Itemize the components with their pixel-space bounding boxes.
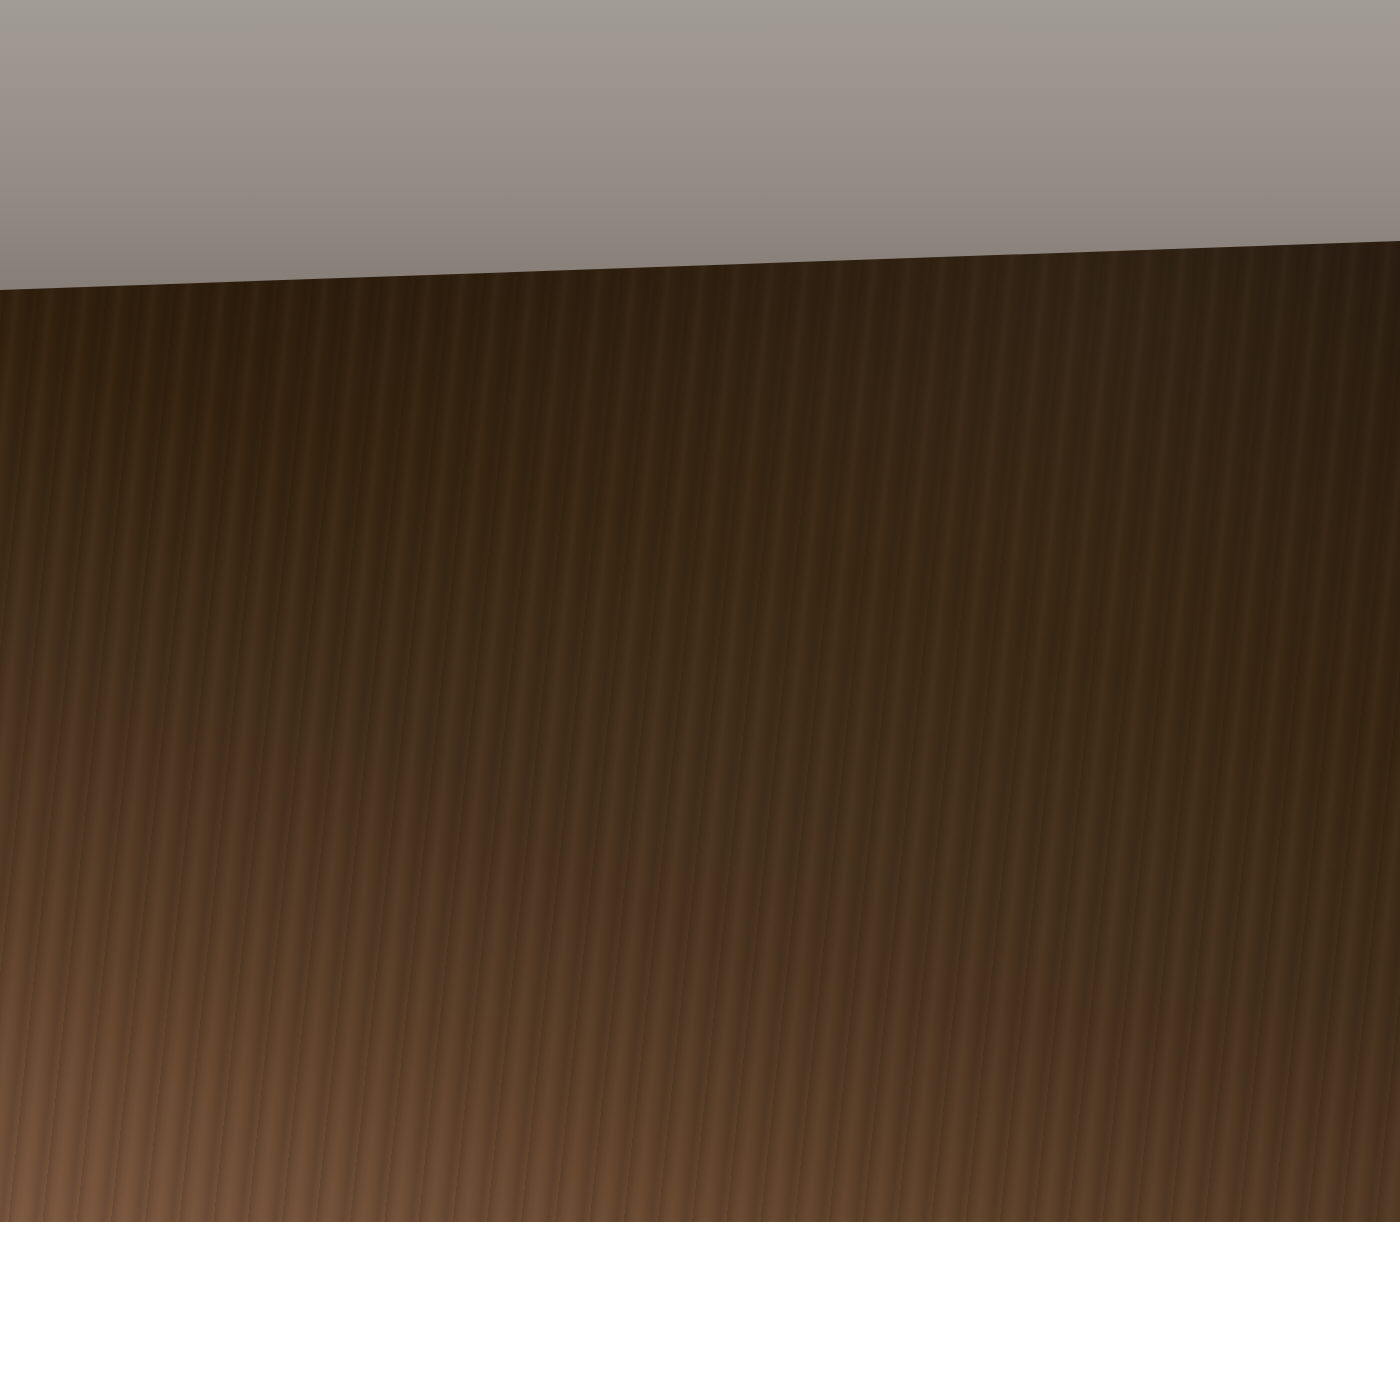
scene xyxy=(0,0,1400,1400)
scene-graphics xyxy=(0,0,1400,1222)
photo-area xyxy=(0,0,1400,1222)
